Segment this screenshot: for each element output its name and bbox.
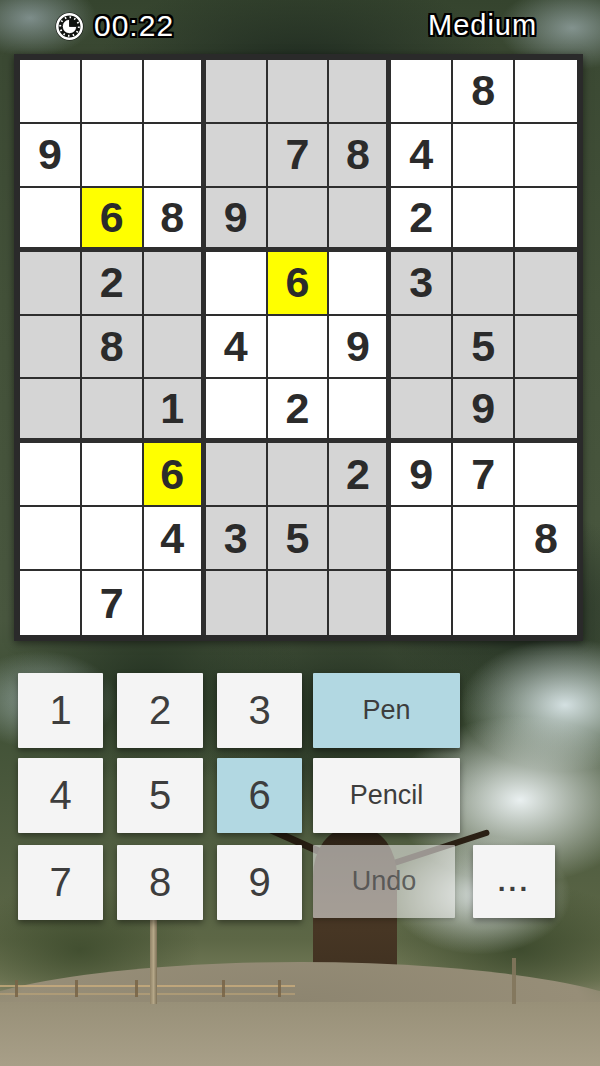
fence-post bbox=[135, 980, 138, 997]
cell-r6c2[interactable] bbox=[82, 379, 144, 443]
cell-r3c1[interactable] bbox=[20, 188, 82, 252]
cell-r1c7[interactable] bbox=[391, 60, 453, 124]
cell-r4c7[interactable]: 3 bbox=[391, 252, 453, 316]
cell-r9c5[interactable] bbox=[268, 571, 330, 635]
cell-r2c9[interactable] bbox=[515, 124, 577, 188]
cell-r3c6[interactable] bbox=[329, 188, 391, 252]
number-key-3[interactable]: 3 bbox=[217, 673, 302, 748]
cell-r3c5[interactable] bbox=[268, 188, 330, 252]
cell-r8c3[interactable]: 4 bbox=[144, 507, 206, 571]
cell-r8c6[interactable] bbox=[329, 507, 391, 571]
cell-r5c4[interactable]: 4 bbox=[206, 316, 268, 380]
cell-r2c4[interactable] bbox=[206, 124, 268, 188]
cell-r9c8[interactable] bbox=[453, 571, 515, 635]
clock-icon bbox=[54, 11, 85, 42]
cell-r1c8[interactable]: 8 bbox=[453, 60, 515, 124]
cell-r9c1[interactable] bbox=[20, 571, 82, 635]
cell-r7c6[interactable]: 2 bbox=[329, 443, 391, 507]
more-button[interactable]: ... bbox=[473, 845, 555, 918]
cell-r3c2[interactable]: 6 bbox=[82, 188, 144, 252]
cell-r1c3[interactable] bbox=[144, 60, 206, 124]
fence-post bbox=[222, 980, 225, 997]
number-key-6[interactable]: 6 bbox=[217, 758, 302, 833]
cell-r8c8[interactable] bbox=[453, 507, 515, 571]
cell-r9c3[interactable] bbox=[144, 571, 206, 635]
number-key-1[interactable]: 1 bbox=[18, 673, 103, 748]
cell-r5c8[interactable]: 5 bbox=[453, 316, 515, 380]
cell-r7c9[interactable] bbox=[515, 443, 577, 507]
cell-r5c1[interactable] bbox=[20, 316, 82, 380]
pencil-button[interactable]: Pencil bbox=[313, 758, 460, 833]
number-key-2[interactable]: 2 bbox=[117, 673, 203, 748]
pen-button[interactable]: Pen bbox=[313, 673, 460, 748]
fence-wire bbox=[0, 985, 295, 987]
cell-r7c7[interactable]: 9 bbox=[391, 443, 453, 507]
cell-r8c2[interactable] bbox=[82, 507, 144, 571]
number-key-9[interactable]: 9 bbox=[217, 845, 302, 920]
status-bar: 00:22 Medium bbox=[0, 0, 600, 52]
cell-r7c4[interactable] bbox=[206, 443, 268, 507]
cell-r6c5[interactable]: 2 bbox=[268, 379, 330, 443]
cell-r7c2[interactable] bbox=[82, 443, 144, 507]
undo-button[interactable]: Undo bbox=[313, 845, 455, 918]
cell-r6c7[interactable] bbox=[391, 379, 453, 443]
cell-r4c8[interactable] bbox=[453, 252, 515, 316]
cell-r4c3[interactable] bbox=[144, 252, 206, 316]
cell-r9c9[interactable] bbox=[515, 571, 577, 635]
cell-r1c9[interactable] bbox=[515, 60, 577, 124]
cell-r5c2[interactable]: 8 bbox=[82, 316, 144, 380]
cell-r5c7[interactable] bbox=[391, 316, 453, 380]
cell-r2c1[interactable]: 9 bbox=[20, 124, 82, 188]
cell-r3c8[interactable] bbox=[453, 188, 515, 252]
cell-r2c5[interactable]: 7 bbox=[268, 124, 330, 188]
fence-post bbox=[15, 980, 18, 997]
cell-r2c3[interactable] bbox=[144, 124, 206, 188]
cell-r9c6[interactable] bbox=[329, 571, 391, 635]
timer: 00:22 bbox=[54, 9, 174, 43]
difficulty-label: Medium bbox=[428, 9, 537, 42]
cell-r5c5[interactable] bbox=[268, 316, 330, 380]
fence-post bbox=[75, 980, 78, 997]
cell-r7c5[interactable] bbox=[268, 443, 330, 507]
cell-r9c4[interactable] bbox=[206, 571, 268, 635]
cell-r6c8[interactable]: 9 bbox=[453, 379, 515, 443]
cell-r4c2[interactable]: 2 bbox=[82, 252, 144, 316]
fence-post bbox=[512, 958, 516, 1004]
cell-r8c4[interactable]: 3 bbox=[206, 507, 268, 571]
cell-r2c2[interactable] bbox=[82, 124, 144, 188]
cell-r4c9[interactable] bbox=[515, 252, 577, 316]
fence-wire bbox=[0, 993, 295, 995]
cell-r1c1[interactable] bbox=[20, 60, 82, 124]
cell-r1c4[interactable] bbox=[206, 60, 268, 124]
cell-r5c9[interactable] bbox=[515, 316, 577, 380]
cell-r7c8[interactable]: 7 bbox=[453, 443, 515, 507]
cell-r3c4[interactable]: 9 bbox=[206, 188, 268, 252]
cell-r2c8[interactable] bbox=[453, 124, 515, 188]
timer-value: 00:22 bbox=[94, 9, 174, 43]
cell-r2c7[interactable]: 4 bbox=[391, 124, 453, 188]
number-key-7[interactable]: 7 bbox=[18, 845, 103, 920]
cell-r3c9[interactable] bbox=[515, 188, 577, 252]
cell-r4c6[interactable] bbox=[329, 252, 391, 316]
cell-r6c9[interactable] bbox=[515, 379, 577, 443]
cell-r2c6[interactable]: 8 bbox=[329, 124, 391, 188]
cell-r6c4[interactable] bbox=[206, 379, 268, 443]
cell-r4c5[interactable]: 6 bbox=[268, 252, 330, 316]
cell-r6c3[interactable]: 1 bbox=[144, 379, 206, 443]
cell-r1c5[interactable] bbox=[268, 60, 330, 124]
ground bbox=[0, 1002, 600, 1066]
cell-r4c4[interactable] bbox=[206, 252, 268, 316]
cell-r8c9[interactable]: 8 bbox=[515, 507, 577, 571]
cell-r7c1[interactable] bbox=[20, 443, 82, 507]
sudoku-board: 8978468922638495129629743587 bbox=[14, 54, 583, 641]
cell-r5c6[interactable]: 9 bbox=[329, 316, 391, 380]
cell-r6c6[interactable] bbox=[329, 379, 391, 443]
cell-r7c3[interactable]: 6 bbox=[144, 443, 206, 507]
cell-r9c7[interactable] bbox=[391, 571, 453, 635]
number-key-4[interactable]: 4 bbox=[18, 758, 103, 833]
cell-r4c1[interactable] bbox=[20, 252, 82, 316]
cell-r8c5[interactable]: 5 bbox=[268, 507, 330, 571]
cell-r3c7[interactable]: 2 bbox=[391, 188, 453, 252]
grass-mound bbox=[0, 962, 600, 1066]
cell-r8c7[interactable] bbox=[391, 507, 453, 571]
cell-r9c2[interactable]: 7 bbox=[82, 571, 144, 635]
cell-r6c1[interactable] bbox=[20, 379, 82, 443]
cell-r5c3[interactable] bbox=[144, 316, 206, 380]
fence-post bbox=[278, 980, 281, 997]
cell-r3c3[interactable]: 8 bbox=[144, 188, 206, 252]
fence-pole bbox=[150, 918, 157, 1004]
number-key-5[interactable]: 5 bbox=[117, 758, 203, 833]
cell-r1c6[interactable] bbox=[329, 60, 391, 124]
cell-r1c2[interactable] bbox=[82, 60, 144, 124]
cell-r8c1[interactable] bbox=[20, 507, 82, 571]
number-key-8[interactable]: 8 bbox=[117, 845, 203, 920]
